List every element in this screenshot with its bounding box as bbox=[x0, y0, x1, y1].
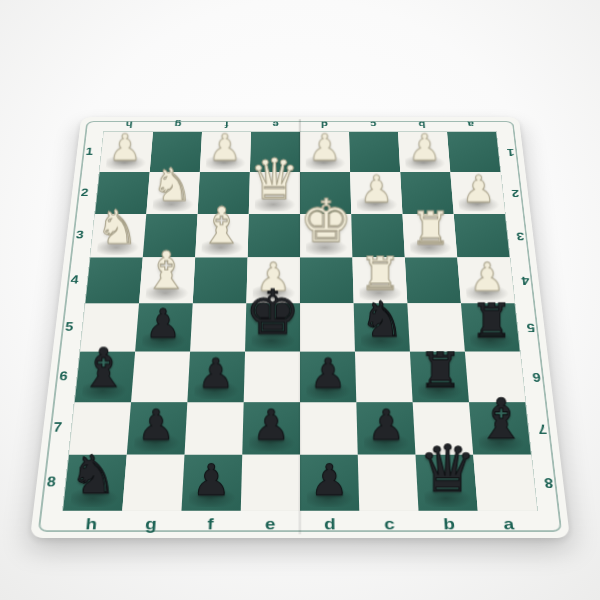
square-e2[interactable]: ♛ bbox=[249, 172, 300, 214]
square-g8[interactable] bbox=[122, 455, 184, 511]
square-b8[interactable]: ♛ bbox=[415, 455, 477, 511]
square-a7[interactable]: ♝ bbox=[469, 402, 531, 455]
square-d1[interactable]: ♟ bbox=[300, 132, 350, 172]
file-label-bottom-h: h bbox=[60, 511, 122, 538]
file-label-bottom-d: d bbox=[300, 511, 360, 538]
square-h4[interactable] bbox=[85, 258, 142, 304]
file-label-top-c: c bbox=[349, 117, 398, 132]
photo-backdrop: hgfedcba 12345678 ♟♟♟♟♞♛♟♟♞♝♚♜♝♟♜♟♟♚♞♜♝♟… bbox=[0, 0, 600, 600]
square-a8[interactable] bbox=[473, 455, 537, 511]
square-c5[interactable]: ♞ bbox=[354, 303, 410, 351]
black-pawn-g7[interactable]: ♟ bbox=[137, 405, 175, 447]
square-e5[interactable]: ♚ bbox=[245, 303, 300, 351]
chess-board: ♟♟♟♟♞♛♟♟♞♝♚♜♝♟♜♟♟♚♞♜♝♟♟♜♟♟♟♝♞♟♟♛ bbox=[63, 132, 537, 511]
square-c1[interactable] bbox=[349, 132, 400, 172]
file-label-bottom-c: c bbox=[359, 511, 420, 538]
white-bishop-g4[interactable]: ♝ bbox=[143, 245, 189, 297]
black-pawn-e7[interactable]: ♟ bbox=[252, 405, 290, 447]
black-queen-b8[interactable]: ♛ bbox=[418, 437, 476, 502]
white-pawn-a4[interactable]: ♟ bbox=[470, 257, 505, 296]
file-label-top-h: h bbox=[104, 117, 154, 132]
rank-label-right-3: 3 bbox=[505, 214, 536, 258]
file-label-top-d: d bbox=[300, 117, 349, 132]
white-king-d3[interactable]: ♚ bbox=[300, 192, 353, 251]
square-a1[interactable] bbox=[447, 132, 500, 172]
square-g2[interactable]: ♞ bbox=[146, 172, 199, 214]
black-knight-c5[interactable]: ♞ bbox=[360, 295, 404, 344]
file-labels-bottom: hgfedcba bbox=[60, 511, 540, 538]
square-f4[interactable] bbox=[193, 258, 248, 304]
white-pawn-d1[interactable]: ♟ bbox=[309, 129, 342, 166]
file-label-top-f: f bbox=[202, 117, 251, 132]
square-h6[interactable]: ♝ bbox=[75, 351, 135, 401]
file-label-bottom-e: e bbox=[240, 511, 300, 538]
white-knight-g2[interactable]: ♞ bbox=[152, 162, 193, 208]
rank-label-left-2: 2 bbox=[69, 172, 99, 214]
square-d6[interactable]: ♟ bbox=[300, 351, 356, 401]
file-labels-top: hgfedcba bbox=[104, 117, 496, 132]
square-h3[interactable]: ♞ bbox=[90, 214, 146, 258]
file-label-bottom-f: f bbox=[180, 511, 241, 538]
square-e8[interactable] bbox=[241, 455, 300, 511]
square-h8[interactable]: ♞ bbox=[63, 455, 127, 511]
white-queen-e2[interactable]: ♛ bbox=[249, 151, 299, 207]
black-pawn-c7[interactable]: ♟ bbox=[367, 405, 405, 447]
black-rook-b6[interactable]: ♜ bbox=[418, 346, 462, 395]
square-g6[interactable] bbox=[131, 351, 190, 401]
rank-label-right-7: 7 bbox=[525, 402, 560, 455]
square-e6[interactable] bbox=[244, 351, 300, 401]
square-f3[interactable]: ♝ bbox=[195, 214, 249, 258]
square-f6[interactable]: ♟ bbox=[187, 351, 245, 401]
white-pawn-h1[interactable]: ♟ bbox=[109, 129, 142, 166]
square-b4[interactable] bbox=[405, 258, 461, 304]
black-knight-h8[interactable]: ♞ bbox=[70, 449, 118, 502]
chess-mat: hgfedcba 12345678 ♟♟♟♟♞♛♟♟♞♝♚♜♝♟♜♟♟♚♞♜♝♟… bbox=[30, 117, 570, 538]
file-label-bottom-b: b bbox=[419, 511, 480, 538]
rank-label-right-6: 6 bbox=[520, 351, 554, 401]
rank-label-right-4: 4 bbox=[510, 258, 542, 304]
square-a2[interactable]: ♟ bbox=[450, 172, 505, 214]
rank-label-right-1: 1 bbox=[496, 132, 525, 172]
file-label-top-a: a bbox=[446, 117, 496, 132]
rank-label-right-5: 5 bbox=[515, 303, 548, 351]
square-d7[interactable] bbox=[300, 402, 358, 455]
white-pawn-c2[interactable]: ♟ bbox=[360, 170, 394, 207]
white-rook-b3[interactable]: ♜ bbox=[410, 206, 451, 251]
square-f8[interactable]: ♟ bbox=[181, 455, 242, 511]
square-c8[interactable] bbox=[358, 455, 419, 511]
black-pawn-d6[interactable]: ♟ bbox=[310, 353, 347, 394]
rank-label-right-8: 8 bbox=[531, 455, 567, 511]
square-g5[interactable]: ♟ bbox=[135, 303, 193, 351]
file-label-top-b: b bbox=[397, 117, 447, 132]
square-d3[interactable]: ♚ bbox=[300, 214, 352, 258]
square-g7[interactable]: ♟ bbox=[127, 402, 188, 455]
black-pawn-g5[interactable]: ♟ bbox=[145, 304, 181, 344]
white-rook-c4[interactable]: ♜ bbox=[359, 250, 401, 296]
square-h1[interactable]: ♟ bbox=[100, 132, 153, 172]
white-pawn-f1[interactable]: ♟ bbox=[209, 129, 242, 166]
square-c6[interactable] bbox=[355, 351, 413, 401]
black-pawn-d8[interactable]: ♟ bbox=[310, 459, 349, 502]
black-bishop-a7[interactable]: ♝ bbox=[476, 391, 526, 447]
square-e7[interactable]: ♟ bbox=[242, 402, 300, 455]
square-f1[interactable]: ♟ bbox=[200, 132, 251, 172]
black-king-e5[interactable]: ♚ bbox=[245, 282, 301, 344]
square-f7[interactable] bbox=[185, 402, 244, 455]
square-b3[interactable]: ♜ bbox=[402, 214, 457, 258]
rank-label-right-2: 2 bbox=[500, 172, 530, 214]
file-label-bottom-a: a bbox=[478, 511, 540, 538]
file-label-bottom-g: g bbox=[120, 511, 181, 538]
square-g4[interactable]: ♝ bbox=[139, 258, 195, 304]
square-f5[interactable] bbox=[190, 303, 246, 351]
square-e3[interactable] bbox=[248, 214, 300, 258]
white-knight-h3[interactable]: ♞ bbox=[96, 204, 138, 251]
file-label-top-g: g bbox=[153, 117, 203, 132]
square-d4[interactable] bbox=[300, 258, 354, 304]
black-pawn-f6[interactable]: ♟ bbox=[197, 353, 234, 394]
square-c7[interactable]: ♟ bbox=[356, 402, 415, 455]
white-pawn-b1[interactable]: ♟ bbox=[408, 129, 441, 166]
square-d8[interactable]: ♟ bbox=[300, 455, 359, 511]
white-pawn-a2[interactable]: ♟ bbox=[462, 170, 496, 207]
file-label-top-e: e bbox=[251, 117, 300, 132]
square-c2[interactable]: ♟ bbox=[350, 172, 402, 214]
black-bishop-h6[interactable]: ♝ bbox=[79, 340, 128, 394]
square-a3[interactable] bbox=[454, 214, 510, 258]
black-rook-a5[interactable]: ♜ bbox=[470, 297, 513, 344]
square-b1[interactable]: ♟ bbox=[398, 132, 450, 172]
black-pawn-f8[interactable]: ♟ bbox=[192, 459, 231, 502]
square-d5[interactable] bbox=[300, 303, 355, 351]
square-b6[interactable]: ♜ bbox=[410, 351, 469, 401]
white-bishop-f3[interactable]: ♝ bbox=[199, 200, 244, 250]
square-a5[interactable]: ♜ bbox=[461, 303, 520, 351]
